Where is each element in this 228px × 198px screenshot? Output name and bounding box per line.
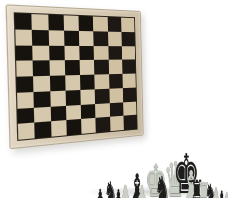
board-square xyxy=(16,45,33,61)
board-square xyxy=(108,60,122,74)
board-square xyxy=(94,60,108,75)
board-square xyxy=(122,46,136,60)
board-square xyxy=(49,60,65,75)
board-square xyxy=(66,104,81,120)
board-square xyxy=(79,31,94,46)
chessboard xyxy=(6,4,144,149)
black-pawn-piece: ♟ xyxy=(96,187,105,198)
board-square xyxy=(50,90,66,106)
board-square xyxy=(35,122,51,139)
board-square xyxy=(95,74,109,89)
board-square xyxy=(110,116,124,131)
board-square xyxy=(95,103,109,118)
board-square xyxy=(33,76,50,92)
board-square xyxy=(123,87,137,102)
board-square xyxy=(17,76,34,92)
board-square xyxy=(93,17,107,32)
board-square xyxy=(64,30,79,45)
board-square xyxy=(34,91,51,107)
board-square xyxy=(17,107,34,124)
board-square xyxy=(16,61,33,77)
board-square xyxy=(48,15,64,31)
board-square xyxy=(49,75,65,91)
board-grid xyxy=(14,12,138,141)
board-square xyxy=(95,88,109,103)
chess-pieces-group: ♟♞♟♟♝♟♚♞♛♚♝♜♜♞♟♟♟ xyxy=(86,146,228,198)
board-square xyxy=(32,45,49,61)
board-square xyxy=(65,75,80,90)
board-square xyxy=(109,74,123,89)
board-square xyxy=(81,118,96,134)
board-square xyxy=(17,92,34,109)
board-square xyxy=(80,75,95,90)
board-square xyxy=(107,17,121,32)
board-square xyxy=(79,45,94,60)
chessboard-frame xyxy=(6,4,144,149)
board-square xyxy=(121,32,135,46)
board-square xyxy=(78,16,93,31)
board-square xyxy=(32,30,49,46)
board-square xyxy=(65,90,80,106)
board-square xyxy=(33,61,50,77)
board-square xyxy=(49,45,65,60)
board-square xyxy=(122,60,136,74)
board-square xyxy=(108,31,122,45)
board-square xyxy=(15,13,32,29)
board-square xyxy=(66,119,81,135)
board-square xyxy=(15,29,32,45)
board-square xyxy=(34,106,50,122)
board-square xyxy=(65,60,80,75)
board-square xyxy=(121,18,135,32)
board-square xyxy=(109,102,123,117)
white-pawn-piece: ♟ xyxy=(223,191,228,198)
board-square xyxy=(108,46,122,60)
board-square xyxy=(94,46,108,61)
board-square xyxy=(63,15,78,30)
board-square xyxy=(50,105,66,121)
board-square xyxy=(80,60,95,75)
board-square xyxy=(48,30,64,45)
board-square xyxy=(123,115,136,130)
board-square xyxy=(64,45,79,60)
board-square xyxy=(96,117,110,133)
board-square xyxy=(80,89,95,104)
board-square xyxy=(81,104,96,120)
board-square xyxy=(122,74,136,88)
product-photo-chess-set: ♟♞♟♟♝♟♚♞♛♚♝♜♜♞♟♟♟ xyxy=(0,0,228,198)
board-square xyxy=(32,14,49,30)
board-square xyxy=(93,31,107,46)
board-square xyxy=(109,88,123,103)
board-square xyxy=(18,123,35,140)
board-square xyxy=(123,101,137,116)
board-square xyxy=(51,120,67,136)
